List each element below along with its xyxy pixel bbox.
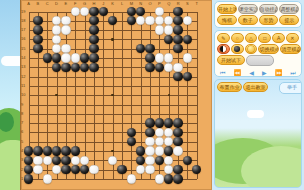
black-stone[interactable] [173, 7, 182, 16]
row-label: 5 [21, 140, 27, 144]
white-stone[interactable] [52, 16, 61, 25]
black-stone[interactable] [173, 72, 182, 81]
black-stone[interactable] [145, 44, 154, 53]
move-nav-button[interactable]: ⏭ [291, 69, 296, 77]
black-stone[interactable] [89, 44, 98, 53]
black-stone[interactable] [173, 165, 182, 174]
black-stone[interactable] [155, 63, 164, 72]
move-nav-button[interactable]: ◀ [249, 69, 254, 77]
highlight-stone-button[interactable] [245, 44, 258, 54]
white-stone[interactable] [71, 7, 80, 16]
black-stone[interactable] [155, 118, 164, 127]
row-label: 12 [21, 75, 27, 79]
white-stone[interactable] [80, 7, 89, 16]
white-stone[interactable] [61, 16, 70, 25]
white-stone[interactable] [155, 137, 164, 146]
white-stone[interactable] [136, 16, 145, 25]
black-stone[interactable] [33, 44, 42, 53]
black-stone[interactable] [71, 165, 80, 174]
black-stone[interactable] [145, 128, 154, 137]
black-stone[interactable] [127, 128, 136, 137]
annotation-tool-button[interactable]: △ [245, 33, 258, 43]
white-stone[interactable] [108, 156, 117, 165]
switch-mode-button[interactable]: 切换模式 [258, 44, 279, 54]
white-stone[interactable] [145, 146, 154, 155]
white-stone[interactable] [164, 63, 173, 72]
grid-line [131, 12, 132, 179]
black-stone[interactable] [61, 165, 70, 174]
black-stone[interactable] [183, 72, 192, 81]
count-button[interactable]: 数子 [238, 15, 258, 25]
black-stone[interactable] [136, 44, 145, 53]
black-stone[interactable] [33, 25, 42, 34]
white-stone[interactable] [164, 16, 173, 25]
white-stone[interactable] [183, 16, 192, 25]
control-panel: 开始上课 课堂实况 自动挂盘 调整棋盘 悔棋 数子 形势 提示 ✎○△□A✕ 切… [213, 0, 304, 190]
white-stone[interactable] [43, 174, 52, 183]
black-stone[interactable] [24, 156, 33, 165]
grid-line [197, 12, 198, 179]
row-label: 19 [21, 10, 27, 14]
annotation-tool-button[interactable]: ○ [231, 33, 244, 43]
white-stone[interactable] [80, 156, 89, 165]
assign-homework-button[interactable]: 布置作业 [217, 82, 242, 92]
black-stone[interactable] [127, 16, 136, 25]
black-stone[interactable] [127, 137, 136, 146]
row-label: 8 [21, 112, 27, 116]
annotation-tool-button[interactable]: A [272, 33, 285, 43]
black-stone[interactable] [173, 35, 182, 44]
clear-board-button[interactable]: 清空棋盘 [280, 44, 301, 54]
white-stone[interactable] [71, 53, 80, 62]
row-label: 9 [21, 103, 27, 107]
white-stone[interactable] [61, 44, 70, 53]
white-stone[interactable] [52, 44, 61, 53]
black-stone[interactable] [61, 156, 70, 165]
black-stone[interactable] [43, 146, 52, 155]
black-stone[interactable] [24, 165, 33, 174]
column-label: C [43, 2, 51, 6]
auto-demo-button[interactable]: 自动挂盘 [259, 4, 279, 14]
row-label: 18 [21, 19, 27, 23]
grid-line [29, 114, 197, 115]
row-label: 10 [21, 93, 27, 97]
black-stone[interactable] [89, 7, 98, 16]
white-stone[interactable] [155, 53, 164, 62]
black-stone[interactable] [80, 165, 89, 174]
column-label: R [174, 2, 182, 6]
black-stone[interactable] [80, 63, 89, 72]
white-stone[interactable] [136, 165, 145, 174]
annotation-tool-button[interactable]: ✕ [286, 33, 299, 43]
black-stone[interactable] [155, 156, 164, 165]
white-stone[interactable] [145, 137, 154, 146]
exit-classroom-button[interactable]: 退出教室 [243, 82, 268, 92]
white-stone[interactable] [155, 25, 164, 34]
black-stone[interactable] [80, 53, 89, 62]
yellow-stone-icon [248, 46, 254, 52]
white-stone[interactable] [164, 128, 173, 137]
black-stone[interactable] [89, 63, 98, 72]
black-stone[interactable] [33, 146, 42, 155]
annotation-tool-button[interactable]: □ [258, 33, 271, 43]
white-stone[interactable] [164, 53, 173, 62]
black-stone[interactable] [136, 156, 145, 165]
white-stone[interactable] [164, 165, 173, 174]
white-stone[interactable] [33, 156, 42, 165]
class-live-button[interactable]: 课堂实况 [238, 4, 258, 14]
row-label: 15 [21, 47, 27, 51]
move-nav-button[interactable]: ⏮ [220, 69, 225, 77]
black-stone[interactable] [145, 63, 154, 72]
hint-button[interactable]: 提示 [279, 15, 299, 25]
black-stone[interactable] [52, 156, 61, 165]
column-label: G [81, 2, 89, 6]
black-stone[interactable] [71, 146, 80, 155]
start-class-button[interactable]: 开始上课 [217, 4, 237, 14]
black-stone[interactable] [173, 44, 182, 53]
black-stone[interactable] [43, 53, 52, 62]
black-stone-icon [234, 46, 240, 52]
row-label: 11 [21, 84, 27, 88]
black-stone[interactable] [136, 146, 145, 155]
column-label: E [62, 2, 70, 6]
white-stone[interactable] [43, 156, 52, 165]
white-stone[interactable] [155, 16, 164, 25]
white-stone[interactable] [52, 35, 61, 44]
black-stone[interactable] [33, 35, 42, 44]
undo-button[interactable]: 悔棋 [217, 15, 237, 25]
black-stone[interactable] [108, 16, 117, 25]
white-stone[interactable] [89, 165, 98, 174]
white-stone[interactable] [52, 25, 61, 34]
lesson-box: 开始上课 课堂实况 自动挂盘 调整棋盘 悔棋 数子 形势 提示 [214, 1, 302, 28]
black-stone[interactable] [89, 53, 98, 62]
black-stone[interactable] [164, 146, 173, 155]
tools-box: ✎○△□A✕ 切换模式 清空棋盘 开始试下 ⏮⏪◀▶⏩⏭ [214, 30, 302, 77]
black-stone[interactable] [164, 35, 173, 44]
black-stone[interactable] [61, 146, 70, 155]
white-stone[interactable] [155, 146, 164, 155]
black-stone[interactable] [164, 118, 173, 127]
scene-box: 布置作业 退出教室 举手 [214, 79, 302, 188]
half-stone-icon [220, 46, 226, 52]
black-stone[interactable] [173, 16, 182, 25]
estimate-button[interactable]: 形势 [259, 15, 279, 25]
go-board[interactable]: A19B18C17D16E15F14G13H12J11K10L9M8N7O6P5… [20, 0, 212, 190]
white-stone[interactable] [173, 63, 182, 72]
grid-line [122, 12, 123, 179]
white-stone[interactable] [145, 156, 154, 165]
adjust-board-button[interactable]: 调整棋盘 [279, 4, 299, 14]
column-label: K [109, 2, 117, 6]
column-label: H [90, 2, 98, 6]
column-label: P [155, 2, 163, 6]
row-label: 16 [21, 37, 27, 41]
column-label: B [34, 2, 42, 6]
sky-background [0, 0, 20, 190]
star-point [111, 38, 113, 40]
column-label: M [127, 2, 135, 6]
column-label: D [53, 2, 61, 6]
white-stone[interactable] [52, 165, 61, 174]
move-navigation-row: ⏮⏪◀▶⏩⏭ [217, 68, 299, 77]
black-stone[interactable] [99, 7, 108, 16]
try-move-slider[interactable] [246, 55, 274, 66]
black-stone[interactable] [136, 7, 145, 16]
star-point [111, 150, 113, 152]
row-label: 7 [21, 121, 27, 125]
white-stone[interactable] [164, 137, 173, 146]
white-stone[interactable] [173, 146, 182, 155]
black-stone[interactable] [173, 118, 182, 127]
black-stone[interactable] [164, 174, 173, 183]
row-label: 6 [21, 130, 27, 134]
black-stone[interactable] [89, 16, 98, 25]
black-stone[interactable] [183, 156, 192, 165]
black-stone[interactable] [127, 7, 136, 16]
column-label: Q [165, 2, 173, 6]
black-stone[interactable] [52, 146, 61, 155]
white-stone[interactable] [33, 165, 42, 174]
move-nav-button[interactable]: ⏪ [234, 69, 242, 77]
black-stone[interactable] [117, 165, 126, 174]
column-label: N [137, 2, 145, 6]
black-stone[interactable] [173, 137, 182, 146]
white-stone[interactable] [164, 156, 173, 165]
white-stone[interactable] [164, 25, 173, 34]
black-stone[interactable] [61, 63, 70, 72]
column-label: O [146, 2, 154, 6]
black-stone[interactable] [24, 174, 33, 183]
row-label: 14 [21, 56, 27, 60]
black-stone[interactable] [145, 53, 154, 62]
black-stone[interactable] [33, 16, 42, 25]
black-stone[interactable] [145, 118, 154, 127]
black-stone[interactable] [89, 25, 98, 34]
black-stone[interactable] [89, 35, 98, 44]
column-label: J [99, 2, 107, 6]
white-stone[interactable] [155, 128, 164, 137]
raise-hand-button[interactable]: 举手 [279, 82, 302, 94]
black-stone[interactable] [173, 128, 182, 137]
row-label: 17 [21, 28, 27, 32]
grass-graphic [0, 140, 20, 190]
column-label: A [25, 2, 33, 6]
black-stone[interactable] [71, 63, 80, 72]
grid-line [29, 105, 197, 106]
black-stone-button[interactable] [231, 44, 244, 54]
annotation-tool-button[interactable]: ✎ [217, 33, 230, 43]
black-stone[interactable] [52, 53, 61, 62]
column-label: L [118, 2, 126, 6]
move-nav-button[interactable]: ▶ [262, 69, 267, 77]
white-stone[interactable] [155, 7, 164, 16]
column-label: T [193, 2, 201, 6]
column-label: S [183, 2, 191, 6]
cloud-graphic [247, 110, 264, 118]
black-stone[interactable] [192, 165, 201, 174]
stone-toggle-button[interactable] [217, 44, 230, 54]
white-stone[interactable] [145, 16, 154, 25]
white-stone[interactable] [127, 174, 136, 183]
column-label: F [71, 2, 79, 6]
white-stone[interactable] [71, 156, 80, 165]
move-nav-button[interactable]: ⏩ [275, 69, 283, 77]
white-stone[interactable] [61, 53, 70, 62]
black-stone[interactable] [183, 35, 192, 44]
black-stone[interactable] [24, 146, 33, 155]
try-move-button[interactable]: 开始试下 [217, 55, 245, 65]
cloud-graphic [1, 56, 20, 66]
white-stone[interactable] [61, 25, 70, 34]
white-stone[interactable] [183, 53, 192, 62]
white-stone[interactable] [155, 174, 164, 183]
row-label: 13 [21, 65, 27, 69]
black-stone[interactable] [52, 63, 61, 72]
black-stone[interactable] [173, 25, 182, 34]
white-stone[interactable] [145, 165, 154, 174]
black-stone[interactable] [173, 174, 182, 183]
draw-tools-row: ✎○△□A✕ [217, 33, 299, 43]
